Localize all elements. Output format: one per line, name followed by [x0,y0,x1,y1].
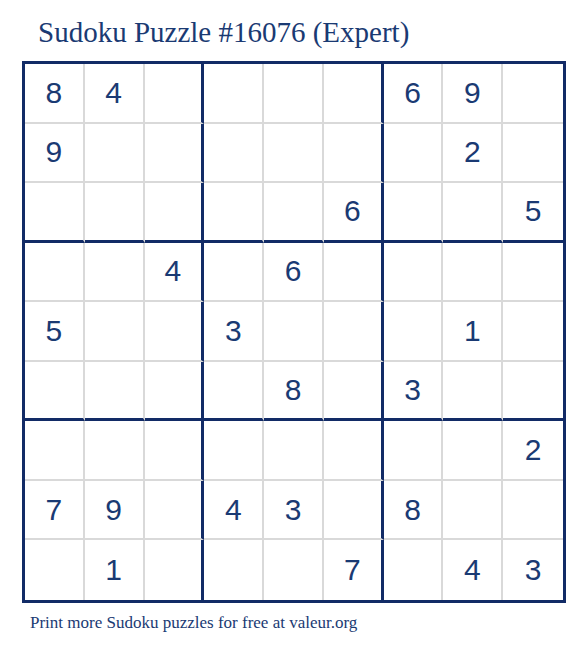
sudoku-cell-r8c3 [145,481,205,541]
sudoku-cell-r1c3 [145,64,205,124]
sudoku-cell-r9c6: 7 [324,540,384,600]
sudoku-cell-r8c6 [324,481,384,541]
sudoku-cell-r6c5: 8 [264,362,324,422]
sudoku-cell-r8c9 [503,481,563,541]
sudoku-cell-r6c1 [25,362,85,422]
sudoku-cell-r9c4 [204,540,264,600]
sudoku-cell-r4c8 [443,243,503,303]
sudoku-cell-r2c1: 9 [25,124,85,184]
sudoku-cell-r9c9: 3 [503,540,563,600]
footer-text: Print more Sudoku puzzles for free at va… [30,613,357,633]
sudoku-cell-r6c3 [145,362,205,422]
sudoku-cell-r5c4: 3 [204,302,264,362]
sudoku-cell-r6c4 [204,362,264,422]
sudoku-page: Sudoku Puzzle #16076 (Expert) 8469926546… [0,0,580,651]
sudoku-cell-r7c9: 2 [503,421,563,481]
sudoku-cell-r2c3 [145,124,205,184]
sudoku-cell-r8c4: 4 [204,481,264,541]
sudoku-cell-r6c9 [503,362,563,422]
sudoku-cell-r2c9 [503,124,563,184]
sudoku-cell-r7c8 [443,421,503,481]
sudoku-cell-r9c2: 1 [85,540,145,600]
sudoku-cell-r8c2: 9 [85,481,145,541]
sudoku-cell-r3c3 [145,183,205,243]
sudoku-cell-r3c8 [443,183,503,243]
sudoku-cell-r1c2: 4 [85,64,145,124]
sudoku-cell-r7c4 [204,421,264,481]
sudoku-cell-r6c8 [443,362,503,422]
sudoku-cell-r1c6 [324,64,384,124]
sudoku-cell-r6c6 [324,362,384,422]
sudoku-cell-r7c3 [145,421,205,481]
sudoku-cell-r8c7: 8 [384,481,444,541]
sudoku-cell-r5c3 [145,302,205,362]
sudoku-cell-r6c2 [85,362,145,422]
sudoku-cell-r2c6 [324,124,384,184]
sudoku-cell-r5c2 [85,302,145,362]
sudoku-cell-r6c7: 3 [384,362,444,422]
sudoku-cell-r3c7 [384,183,444,243]
sudoku-cell-r5c6 [324,302,384,362]
sudoku-cell-r1c7: 6 [384,64,444,124]
sudoku-cell-r2c2 [85,124,145,184]
sudoku-cell-r3c6: 6 [324,183,384,243]
sudoku-cell-r5c5 [264,302,324,362]
sudoku-cell-r9c8: 4 [443,540,503,600]
sudoku-cell-r4c3: 4 [145,243,205,303]
sudoku-cell-r8c8 [443,481,503,541]
sudoku-cell-r2c7 [384,124,444,184]
sudoku-cell-r3c2 [85,183,145,243]
sudoku-cell-r7c2 [85,421,145,481]
sudoku-cell-r4c2 [85,243,145,303]
sudoku-cell-r2c4 [204,124,264,184]
sudoku-cell-r9c5 [264,540,324,600]
page-title: Sudoku Puzzle #16076 (Expert) [38,16,409,49]
sudoku-cell-r4c4 [204,243,264,303]
sudoku-cell-r3c1 [25,183,85,243]
sudoku-cell-r7c7 [384,421,444,481]
sudoku-cell-r8c5: 3 [264,481,324,541]
sudoku-grid: 8469926546531832794381743 [22,61,566,603]
sudoku-cell-r9c1 [25,540,85,600]
sudoku-cell-r3c9: 5 [503,183,563,243]
sudoku-cell-r2c5 [264,124,324,184]
sudoku-cell-r1c1: 8 [25,64,85,124]
sudoku-cell-r7c6 [324,421,384,481]
sudoku-cell-r5c8: 1 [443,302,503,362]
sudoku-cell-r4c1 [25,243,85,303]
sudoku-cell-r4c5: 6 [264,243,324,303]
sudoku-cell-r3c4 [204,183,264,243]
sudoku-cell-r5c9 [503,302,563,362]
sudoku-cell-r1c4 [204,64,264,124]
sudoku-cell-r8c1: 7 [25,481,85,541]
sudoku-cell-r5c7 [384,302,444,362]
sudoku-cell-r1c5 [264,64,324,124]
sudoku-cell-r2c8: 2 [443,124,503,184]
sudoku-cell-r4c6 [324,243,384,303]
sudoku-cell-r5c1: 5 [25,302,85,362]
sudoku-cell-r4c9 [503,243,563,303]
sudoku-cell-r7c1 [25,421,85,481]
sudoku-cell-r7c5 [264,421,324,481]
sudoku-cell-r1c9 [503,64,563,124]
sudoku-cell-r9c3 [145,540,205,600]
sudoku-cell-r4c7 [384,243,444,303]
sudoku-cell-r9c7 [384,540,444,600]
sudoku-cell-r3c5 [264,183,324,243]
sudoku-cell-r1c8: 9 [443,64,503,124]
